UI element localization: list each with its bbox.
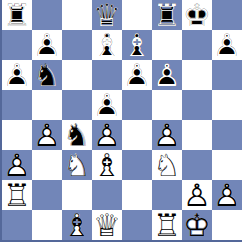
square-e2[interactable]	[122, 180, 152, 210]
white-pawn-icon: ♙	[152, 120, 182, 150]
square-a3[interactable]: ♟♙	[2, 150, 32, 180]
square-g7[interactable]	[182, 30, 212, 60]
square-b6[interactable]: ♞♘	[32, 60, 62, 90]
square-g1[interactable]: ♚♔	[182, 210, 212, 240]
white-pawn-fill-icon: ♟	[2, 150, 32, 180]
square-e6[interactable]: ♟♙	[122, 60, 152, 90]
square-c6[interactable]	[62, 60, 92, 90]
square-b2[interactable]	[32, 180, 62, 210]
black-knight-fill-icon: ♞	[32, 60, 62, 90]
square-b8[interactable]	[32, 0, 62, 30]
square-e7[interactable]: ♝♗	[122, 30, 152, 60]
white-queen-fill-icon: ♛	[92, 210, 122, 240]
white-knight-fill-icon: ♞	[62, 150, 92, 180]
black-knight-icon: ♘	[32, 60, 62, 90]
black-bishop-icon: ♗	[92, 30, 122, 60]
square-f5[interactable]	[152, 90, 182, 120]
square-g3[interactable]	[182, 150, 212, 180]
square-a8[interactable]: ♜♖	[2, 0, 32, 30]
white-pawn-icon: ♙	[182, 180, 212, 210]
black-knight-icon: ♘	[62, 120, 92, 150]
white-bishop-icon: ♗	[62, 210, 92, 240]
black-pawn-fill-icon: ♟	[122, 60, 152, 90]
white-knight-fill-icon: ♞	[152, 150, 182, 180]
square-f2[interactable]	[152, 180, 182, 210]
black-bishop-fill-icon: ♝	[122, 30, 152, 60]
square-b3[interactable]	[32, 150, 62, 180]
square-e5[interactable]	[122, 90, 152, 120]
square-c8[interactable]	[62, 0, 92, 30]
white-pawn-fill-icon: ♟	[182, 180, 212, 210]
square-b1[interactable]	[32, 210, 62, 240]
square-f3[interactable]: ♞♘	[152, 150, 182, 180]
white-queen-icon: ♕	[92, 210, 122, 240]
black-pawn-icon: ♙	[122, 60, 152, 90]
square-e8[interactable]	[122, 0, 152, 30]
square-h7[interactable]: ♟♙	[212, 30, 242, 60]
square-a7[interactable]	[2, 30, 32, 60]
white-pawn-icon: ♙	[2, 150, 32, 180]
square-c4[interactable]: ♞♘	[62, 120, 92, 150]
square-h1[interactable]	[212, 210, 242, 240]
square-c5[interactable]	[62, 90, 92, 120]
square-d7[interactable]: ♝♗	[92, 30, 122, 60]
black-rook-icon: ♖	[2, 0, 32, 30]
white-bishop-icon: ♗	[92, 150, 122, 180]
white-knight-icon: ♘	[62, 150, 92, 180]
white-rook-fill-icon: ♜	[2, 180, 32, 210]
square-b7[interactable]: ♟♙	[32, 30, 62, 60]
black-pawn-icon: ♙	[32, 30, 62, 60]
black-pawn-fill-icon: ♟	[92, 90, 122, 120]
black-rook-fill-icon: ♜	[2, 0, 32, 30]
black-knight-fill-icon: ♞	[62, 120, 92, 150]
square-h4[interactable]	[212, 120, 242, 150]
square-g6[interactable]	[182, 60, 212, 90]
black-pawn-fill-icon: ♟	[152, 60, 182, 90]
black-queen-icon: ♕	[92, 0, 122, 30]
square-a6[interactable]: ♟♙	[2, 60, 32, 90]
black-pawn-icon: ♙	[152, 60, 182, 90]
white-pawn-icon: ♙	[212, 180, 242, 210]
square-d4[interactable]: ♟♙	[92, 120, 122, 150]
black-queen-fill-icon: ♛	[92, 0, 122, 30]
white-rook-fill-icon: ♜	[152, 210, 182, 240]
white-pawn-icon: ♙	[92, 120, 122, 150]
square-b5[interactable]	[32, 90, 62, 120]
square-d5[interactable]: ♟♙	[92, 90, 122, 120]
black-pawn-icon: ♙	[2, 60, 32, 90]
square-d8[interactable]: ♛♕	[92, 0, 122, 30]
white-pawn-fill-icon: ♟	[212, 180, 242, 210]
square-e3[interactable]	[122, 150, 152, 180]
square-g5[interactable]	[182, 90, 212, 120]
black-pawn-icon: ♙	[212, 30, 242, 60]
square-a1[interactable]	[2, 210, 32, 240]
square-e4[interactable]	[122, 120, 152, 150]
square-c3[interactable]: ♞♘	[62, 150, 92, 180]
white-pawn-icon: ♙	[32, 120, 62, 150]
chess-board: ♜♖♛♕♜♖♚♔♟♙♝♗♝♗♟♙♟♙♞♘♟♙♟♙♟♙♟♙♞♘♟♙♟♙♟♙♞♘♝♗…	[0, 0, 242, 242]
square-b4[interactable]: ♟♙	[32, 120, 62, 150]
white-bishop-fill-icon: ♝	[62, 210, 92, 240]
square-c7[interactable]	[62, 30, 92, 60]
white-king-icon: ♔	[182, 210, 212, 240]
square-c2[interactable]	[62, 180, 92, 210]
square-d2[interactable]	[92, 180, 122, 210]
black-pawn-icon: ♙	[92, 90, 122, 120]
square-f8[interactable]: ♜♖	[152, 0, 182, 30]
white-rook-icon: ♖	[152, 210, 182, 240]
square-a2[interactable]: ♜♖	[2, 180, 32, 210]
white-pawn-fill-icon: ♟	[152, 120, 182, 150]
square-h5[interactable]	[212, 90, 242, 120]
square-f7[interactable]	[152, 30, 182, 60]
black-bishop-fill-icon: ♝	[92, 30, 122, 60]
white-pawn-fill-icon: ♟	[32, 120, 62, 150]
square-f6[interactable]: ♟♙	[152, 60, 182, 90]
black-king-fill-icon: ♚	[182, 0, 212, 30]
square-a4[interactable]	[2, 120, 32, 150]
white-bishop-fill-icon: ♝	[92, 150, 122, 180]
square-e1[interactable]	[122, 210, 152, 240]
square-c1[interactable]: ♝♗	[62, 210, 92, 240]
square-d3[interactable]: ♝♗	[92, 150, 122, 180]
square-f1[interactable]: ♜♖	[152, 210, 182, 240]
square-h3[interactable]	[212, 150, 242, 180]
square-a5[interactable]	[2, 90, 32, 120]
square-d6[interactable]	[92, 60, 122, 90]
square-f4[interactable]: ♟♙	[152, 120, 182, 150]
square-h2[interactable]: ♟♙	[212, 180, 242, 210]
square-g2[interactable]: ♟♙	[182, 180, 212, 210]
square-d1[interactable]: ♛♕	[92, 210, 122, 240]
black-pawn-fill-icon: ♟	[2, 60, 32, 90]
square-g4[interactable]	[182, 120, 212, 150]
square-h6[interactable]	[212, 60, 242, 90]
white-king-fill-icon: ♚	[182, 210, 212, 240]
square-h8[interactable]	[212, 0, 242, 30]
white-rook-icon: ♖	[2, 180, 32, 210]
black-bishop-icon: ♗	[122, 30, 152, 60]
black-pawn-fill-icon: ♟	[32, 30, 62, 60]
black-pawn-fill-icon: ♟	[212, 30, 242, 60]
white-pawn-fill-icon: ♟	[92, 120, 122, 150]
black-rook-fill-icon: ♜	[152, 0, 182, 30]
square-g8[interactable]: ♚♔	[182, 0, 212, 30]
black-rook-icon: ♖	[152, 0, 182, 30]
black-king-icon: ♔	[182, 0, 212, 30]
white-knight-icon: ♘	[152, 150, 182, 180]
